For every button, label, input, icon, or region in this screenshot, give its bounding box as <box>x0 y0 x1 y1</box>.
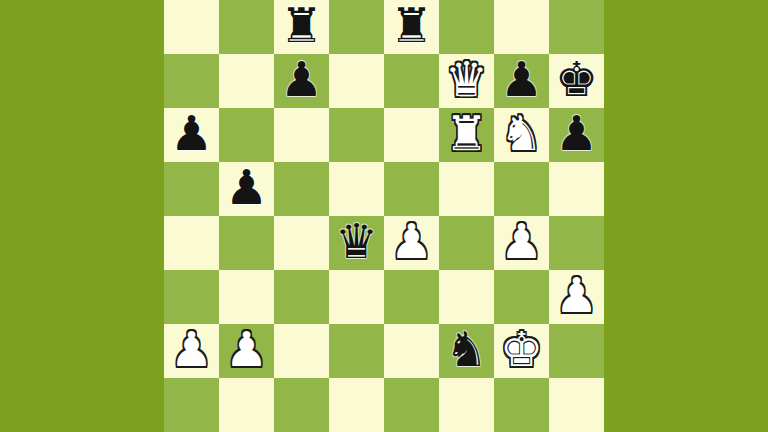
square-d7[interactable] <box>329 54 384 108</box>
square-a4[interactable] <box>164 216 219 270</box>
piece-black-queen-d4: ♛ <box>335 214 378 268</box>
piece-white-pawn-e4: ♟ <box>390 214 433 268</box>
square-d3[interactable] <box>329 270 384 324</box>
piece-white-knight-g6: ♞ <box>500 106 543 160</box>
piece-white-pawn-a2: ♟ <box>170 322 213 376</box>
square-f6[interactable]: ♜ <box>439 108 494 162</box>
square-e8[interactable]: ♜ <box>384 0 439 54</box>
square-e6[interactable] <box>384 108 439 162</box>
square-d8[interactable] <box>329 0 384 54</box>
square-g6[interactable]: ♞ <box>494 108 549 162</box>
square-a2[interactable]: ♟ <box>164 324 219 378</box>
square-a3[interactable] <box>164 270 219 324</box>
square-h3[interactable]: ♟ <box>549 270 604 324</box>
square-d1[interactable] <box>329 378 384 432</box>
piece-black-rook-e8: ♜ <box>390 0 433 52</box>
square-g5[interactable] <box>494 162 549 216</box>
square-d6[interactable] <box>329 108 384 162</box>
square-c7[interactable]: ♟ <box>274 54 329 108</box>
square-g7[interactable]: ♟ <box>494 54 549 108</box>
piece-white-king-g2: ♚ <box>500 322 543 376</box>
piece-black-king-h7: ♚ <box>555 52 598 106</box>
square-h1[interactable] <box>549 378 604 432</box>
chess-board: ♜♜♟♛♟♚♟♜♞♟♟♛♟♟♟♟♟♞♚ <box>164 0 604 432</box>
piece-white-pawn-h3: ♟ <box>555 268 598 322</box>
piece-black-pawn-c7: ♟ <box>280 52 323 106</box>
square-g2[interactable]: ♚ <box>494 324 549 378</box>
square-f4[interactable] <box>439 216 494 270</box>
square-f2[interactable]: ♞ <box>439 324 494 378</box>
square-h7[interactable]: ♚ <box>549 54 604 108</box>
piece-black-pawn-a6: ♟ <box>170 106 213 160</box>
square-a5[interactable] <box>164 162 219 216</box>
square-d2[interactable] <box>329 324 384 378</box>
square-b8[interactable] <box>219 0 274 54</box>
piece-black-pawn-g7: ♟ <box>500 52 543 106</box>
square-g4[interactable]: ♟ <box>494 216 549 270</box>
square-g1[interactable] <box>494 378 549 432</box>
piece-white-pawn-b2: ♟ <box>225 322 268 376</box>
square-d5[interactable] <box>329 162 384 216</box>
square-f3[interactable] <box>439 270 494 324</box>
piece-white-pawn-g4: ♟ <box>500 214 543 268</box>
square-f7[interactable]: ♛ <box>439 54 494 108</box>
square-e7[interactable] <box>384 54 439 108</box>
piece-black-pawn-b5: ♟ <box>225 160 268 214</box>
piece-black-rook-c8: ♜ <box>280 0 323 52</box>
square-b7[interactable] <box>219 54 274 108</box>
square-b5[interactable]: ♟ <box>219 162 274 216</box>
square-b3[interactable] <box>219 270 274 324</box>
square-h2[interactable] <box>549 324 604 378</box>
square-c2[interactable] <box>274 324 329 378</box>
square-b6[interactable] <box>219 108 274 162</box>
piece-white-rook-f6: ♜ <box>445 106 488 160</box>
square-b2[interactable]: ♟ <box>219 324 274 378</box>
square-f1[interactable] <box>439 378 494 432</box>
square-a1[interactable] <box>164 378 219 432</box>
piece-black-knight-f2: ♞ <box>445 322 488 376</box>
square-d4[interactable]: ♛ <box>329 216 384 270</box>
square-c3[interactable] <box>274 270 329 324</box>
square-b4[interactable] <box>219 216 274 270</box>
square-e4[interactable]: ♟ <box>384 216 439 270</box>
square-h4[interactable] <box>549 216 604 270</box>
square-b1[interactable] <box>219 378 274 432</box>
square-e5[interactable] <box>384 162 439 216</box>
square-f5[interactable] <box>439 162 494 216</box>
piece-white-queen-f7: ♛ <box>445 52 488 106</box>
square-g8[interactable] <box>494 0 549 54</box>
square-e2[interactable] <box>384 324 439 378</box>
square-e1[interactable] <box>384 378 439 432</box>
square-c6[interactable] <box>274 108 329 162</box>
square-e3[interactable] <box>384 270 439 324</box>
square-h5[interactable] <box>549 162 604 216</box>
square-c5[interactable] <box>274 162 329 216</box>
square-a6[interactable]: ♟ <box>164 108 219 162</box>
square-c4[interactable] <box>274 216 329 270</box>
square-h6[interactable]: ♟ <box>549 108 604 162</box>
square-g3[interactable] <box>494 270 549 324</box>
square-a8[interactable] <box>164 0 219 54</box>
square-f8[interactable] <box>439 0 494 54</box>
piece-black-pawn-h6: ♟ <box>555 106 598 160</box>
square-a7[interactable] <box>164 54 219 108</box>
square-c8[interactable]: ♜ <box>274 0 329 54</box>
square-h8[interactable] <box>549 0 604 54</box>
square-c1[interactable] <box>274 378 329 432</box>
